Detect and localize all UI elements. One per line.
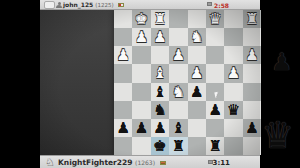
square-h7[interactable]: ♟ — [114, 119, 132, 137]
square-e8[interactable]: ♜ — [169, 137, 187, 155]
square-e6[interactable] — [169, 101, 187, 119]
piece-white-king: ♚ — [132, 10, 150, 28]
square-c7[interactable] — [206, 119, 224, 137]
knight-icon: ♘ — [45, 156, 55, 168]
square-d7[interactable] — [188, 119, 206, 137]
piece-black-queen: ♛ — [224, 101, 242, 119]
square-f2[interactable]: ♟ — [151, 28, 169, 46]
square-f8[interactable]: ♚ — [151, 137, 169, 155]
player-bar[interactable]: ♘ KnightFighter229 (1263) 3:11 — [40, 155, 260, 168]
piece-black-king: ♚ — [151, 137, 169, 155]
opponent-player-bar[interactable]: john_125 (1225) 2:58 — [40, 0, 260, 10]
square-g3[interactable] — [132, 46, 150, 64]
square-b5[interactable] — [224, 83, 242, 101]
square-h8[interactable] — [114, 137, 132, 155]
piece-white-knight: ♞ — [188, 28, 206, 46]
piece-black-bishop: ♝ — [151, 83, 169, 101]
player-flag-icon — [160, 161, 166, 165]
square-c3[interactable] — [206, 46, 224, 64]
piece-white-pawn: ♟ — [243, 46, 261, 64]
square-b1[interactable] — [224, 10, 242, 28]
square-h5[interactable] — [114, 83, 132, 101]
square-b6[interactable]: ♛ — [224, 101, 242, 119]
square-g6[interactable] — [132, 101, 150, 119]
piece-black-rook: ♜ — [169, 137, 187, 155]
opponent-name: john_125 (1225) — [63, 1, 124, 9]
square-a2[interactable] — [243, 28, 261, 46]
square-c1[interactable]: ♛ — [206, 10, 224, 28]
square-g8[interactable] — [132, 137, 150, 155]
square-d1[interactable] — [188, 10, 206, 28]
square-c8[interactable]: ♜ — [206, 137, 224, 155]
piece-black-pawn: ♟ — [243, 119, 261, 137]
piece-black-pawn: ♟ — [151, 119, 169, 137]
piece-black-knight: ♞ — [151, 101, 169, 119]
square-c4[interactable] — [206, 64, 224, 82]
square-h3[interactable]: ♟ — [114, 46, 132, 64]
square-d5[interactable]: ♟ — [188, 83, 206, 101]
square-h4[interactable] — [114, 64, 132, 82]
square-g1[interactable]: ♚ — [132, 10, 150, 28]
square-g2[interactable]: ♟ — [132, 28, 150, 46]
square-a1[interactable]: ♜ — [243, 10, 261, 28]
app-screen: ♚♜♛♜♟♟♞♟♟♟♝♟♟♝♞♟♞♟♛♟♟♟♝♟♚♜♜ ♟ ♛ john_125… — [40, 0, 260, 168]
square-e7[interactable]: ♝ — [169, 119, 187, 137]
person-icon — [56, 2, 62, 8]
square-h1[interactable] — [114, 10, 132, 28]
square-a6[interactable] — [243, 101, 261, 119]
piece-white-rook: ♜ — [243, 10, 261, 28]
square-f1[interactable]: ♜ — [151, 10, 169, 28]
square-f6[interactable]: ♞ — [151, 101, 169, 119]
square-h6[interactable] — [114, 101, 132, 119]
square-g7[interactable]: ♟ — [132, 119, 150, 137]
piece-white-pawn: ♟ — [188, 64, 206, 82]
square-b7[interactable] — [224, 119, 242, 137]
black-pawn-graphic: ♟ — [271, 49, 293, 75]
square-e2[interactable] — [169, 28, 187, 46]
piece-white-pawn: ♟ — [224, 64, 242, 82]
square-a3[interactable]: ♟ — [243, 46, 261, 64]
piece-white-queen: ♛ — [206, 10, 224, 28]
square-d4[interactable]: ♟ — [188, 64, 206, 82]
square-d6[interactable] — [188, 101, 206, 119]
piece-white-pawn: ♟ — [114, 46, 132, 64]
player-clock: 3:11 — [213, 159, 230, 167]
square-f7[interactable]: ♟ — [151, 119, 169, 137]
square-b3[interactable] — [224, 46, 242, 64]
piece-black-pawn: ♟ — [188, 83, 206, 101]
square-f4[interactable]: ♝ — [151, 64, 169, 82]
square-a7[interactable]: ♟ — [243, 119, 261, 137]
app-icon[interactable] — [44, 1, 55, 9]
piece-black-bishop: ♝ — [169, 119, 187, 137]
square-b2[interactable] — [224, 28, 242, 46]
square-e1[interactable] — [169, 10, 187, 28]
square-h2[interactable] — [114, 28, 132, 46]
square-a5[interactable] — [243, 83, 261, 101]
square-a4[interactable] — [243, 64, 261, 82]
opponent-rating: (1225) — [95, 2, 113, 8]
piece-white-bishop: ♝ — [151, 64, 169, 82]
piece-black-pawn: ♟ — [114, 119, 132, 137]
player-rating: (1263) — [135, 159, 155, 166]
black-queen-graphic: ♛ — [261, 116, 294, 156]
letterbox-left — [0, 0, 40, 168]
opponent-clock: 2:58 — [214, 2, 229, 9]
video-frame: ♚♜♛♜♟♟♞♟♟♟♝♟♟♝♞♟♞♟♛♟♟♟♝♟♚♜♜ ♟ ♛ john_125… — [0, 0, 300, 168]
piece-black-pawn: ♟ — [206, 101, 224, 119]
square-d3[interactable] — [188, 46, 206, 64]
piece-black-rook: ♜ — [206, 137, 224, 155]
square-f3[interactable] — [151, 46, 169, 64]
square-e3[interactable]: ♟ — [169, 46, 187, 64]
piece-black-pawn: ♟ — [132, 119, 150, 137]
square-e4[interactable] — [169, 64, 187, 82]
square-b4[interactable]: ♟ — [224, 64, 242, 82]
board-status-icon — [207, 2, 212, 6]
chess-board[interactable]: ♚♜♛♜♟♟♞♟♟♟♝♟♟♝♞♟♞♟♛♟♟♟♝♟♚♜♜ — [114, 10, 261, 155]
piece-white-pawn: ♟ — [151, 28, 169, 46]
piece-white-rook: ♜ — [151, 10, 169, 28]
square-g5[interactable] — [132, 83, 150, 101]
square-a8[interactable] — [243, 137, 261, 155]
square-d8[interactable] — [188, 137, 206, 155]
square-e5[interactable]: ♞ — [169, 83, 187, 101]
piece-white-knight: ♞ — [169, 83, 187, 101]
square-d2[interactable]: ♞ — [188, 28, 206, 46]
piece-white-pawn: ♟ — [132, 28, 150, 46]
square-g4[interactable] — [132, 64, 150, 82]
opponent-flag-icon — [118, 3, 124, 7]
square-c2[interactable] — [206, 28, 224, 46]
square-c6[interactable]: ♟ — [206, 101, 224, 119]
piece-white-pawn: ♟ — [169, 46, 187, 64]
square-f5[interactable]: ♝ — [151, 83, 169, 101]
player-name: KnightFighter229 (1263) — [58, 158, 166, 167]
square-b8[interactable] — [224, 137, 242, 155]
